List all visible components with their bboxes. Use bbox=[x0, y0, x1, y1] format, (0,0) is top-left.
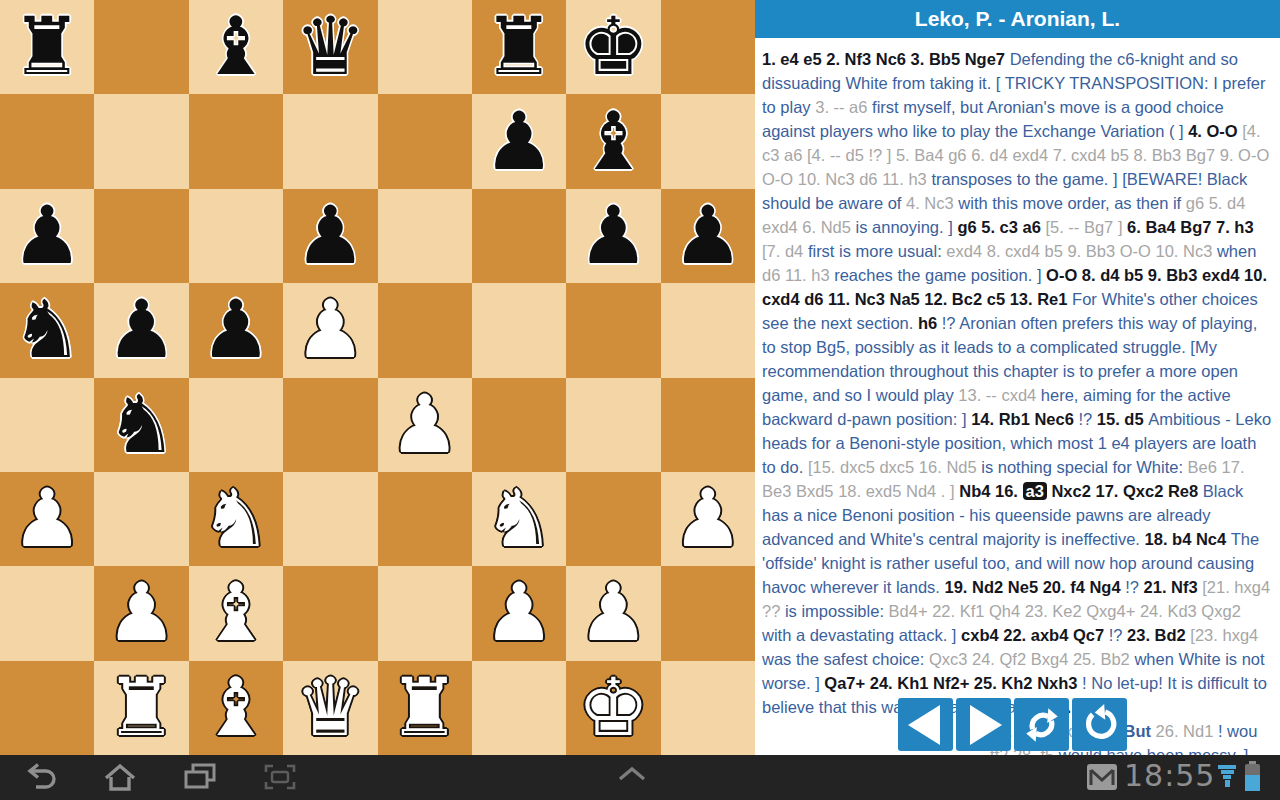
square-d4[interactable] bbox=[283, 378, 377, 472]
back-icon bbox=[22, 761, 58, 793]
piece-white-pawn: ♟ bbox=[294, 290, 366, 370]
square-f5[interactable] bbox=[472, 283, 566, 377]
battery-icon bbox=[1245, 764, 1260, 791]
annotation-comment: first is more usual: bbox=[808, 242, 946, 260]
square-c6[interactable] bbox=[189, 189, 283, 283]
square-h7[interactable] bbox=[661, 94, 755, 188]
square-b1[interactable]: ♜ bbox=[94, 661, 188, 755]
clock: 18:55 bbox=[1124, 758, 1215, 793]
square-c5[interactable]: ♟ bbox=[189, 283, 283, 377]
square-b5[interactable]: ♟ bbox=[94, 283, 188, 377]
annotation-move[interactable]: Nxc2 17. Qxc2 Re8 bbox=[1047, 482, 1203, 500]
square-e5[interactable] bbox=[378, 283, 472, 377]
annotation-variation[interactable]: d6 11. h3 bbox=[762, 266, 834, 284]
annotation-move[interactable]: Qa7+ 24. Kh1 Nf2+ 25. Kh2 Nxh3 bbox=[824, 674, 1082, 692]
annotation-variation[interactable]: exd4 8. cxd4 b5 9. Bb3 O-O 10. Nc3 bbox=[946, 242, 1217, 260]
piece-black-rook: ♜ bbox=[11, 7, 83, 87]
square-g1[interactable]: ♚ bbox=[566, 661, 660, 755]
square-a1[interactable] bbox=[0, 661, 94, 755]
annotation-move[interactable]: 23. Bd2 bbox=[1127, 626, 1190, 644]
piece-black-bishop: ♝ bbox=[200, 7, 272, 87]
square-b8[interactable] bbox=[94, 0, 188, 94]
right-triangle-icon bbox=[970, 705, 1002, 745]
square-g8[interactable]: ♚ bbox=[566, 0, 660, 94]
annotation-move[interactable]: 14. Rb1 Nec6 bbox=[971, 410, 1078, 428]
square-d2[interactable] bbox=[283, 566, 377, 660]
square-e8[interactable] bbox=[378, 0, 472, 94]
piece-white-pawn: ♟ bbox=[483, 573, 555, 653]
square-a2[interactable] bbox=[0, 566, 94, 660]
annotation-comment: when bbox=[1217, 242, 1256, 260]
screenshot-button[interactable] bbox=[262, 761, 298, 797]
left-triangle-icon bbox=[908, 705, 940, 745]
annotation-panel: Leko, P. - Aronian, L. 1. e4 e5 2. Nf3 N… bbox=[755, 0, 1280, 755]
square-c1[interactable]: ♝ bbox=[189, 661, 283, 755]
current-move[interactable]: a3 bbox=[1023, 482, 1047, 500]
annotation-text: 1. e4 e5 2. Nf3 Nc6 3. Bb5 Nge7 Defendin… bbox=[755, 38, 1280, 755]
square-a8[interactable]: ♜ bbox=[0, 0, 94, 94]
square-h4[interactable] bbox=[661, 378, 755, 472]
piece-black-king: ♚ bbox=[578, 7, 650, 87]
annotation-comment: ! wou bbox=[1218, 722, 1257, 740]
piece-black-pawn: ♟ bbox=[578, 196, 650, 276]
annotation-comment: is nothing special for White: bbox=[981, 458, 1187, 476]
square-b2[interactable]: ♟ bbox=[94, 566, 188, 660]
annotation-move[interactable]: Nb4 16. bbox=[959, 482, 1022, 500]
screenshot-icon bbox=[262, 761, 298, 793]
annotation-variation[interactable]: [5. -- Bg7 ] bbox=[1045, 218, 1127, 236]
square-e6[interactable] bbox=[378, 189, 472, 283]
piece-white-pawn: ♟ bbox=[578, 573, 650, 653]
square-f2[interactable]: ♟ bbox=[472, 566, 566, 660]
chevron-up-icon bbox=[616, 765, 648, 783]
square-d5[interactable]: ♟ bbox=[283, 283, 377, 377]
annotation-comment: was the safest choice: bbox=[762, 650, 929, 668]
square-c2[interactable]: ♝ bbox=[189, 566, 283, 660]
annotation-variation[interactable]: Qxc3 24. Qf2 Bxg4 25. Bb2 bbox=[929, 650, 1134, 668]
annotation-comment: is annoying. ] bbox=[856, 218, 958, 236]
square-e3[interactable] bbox=[378, 472, 472, 566]
square-h2[interactable] bbox=[661, 566, 755, 660]
piece-white-queen: ♛ bbox=[294, 668, 366, 748]
annotation-comment: is impossible: bbox=[785, 602, 889, 620]
square-c4[interactable] bbox=[189, 378, 283, 472]
piece-black-pawn: ♟ bbox=[106, 290, 178, 370]
piece-black-pawn: ♟ bbox=[11, 196, 83, 276]
back-button[interactable] bbox=[22, 761, 58, 797]
square-f8[interactable]: ♜ bbox=[472, 0, 566, 94]
piece-white-pawn: ♟ bbox=[389, 385, 461, 465]
annotation-variation[interactable]: 13. -- cxd4 bbox=[958, 386, 1041, 404]
previous-move-button[interactable] bbox=[898, 698, 953, 751]
annotation-variation[interactable]: [7. d4 bbox=[762, 242, 808, 260]
square-g4[interactable] bbox=[566, 378, 660, 472]
piece-black-pawn: ♟ bbox=[294, 196, 366, 276]
square-e2[interactable] bbox=[378, 566, 472, 660]
square-d3[interactable] bbox=[283, 472, 377, 566]
piece-white-pawn: ♟ bbox=[11, 479, 83, 559]
piece-white-pawn: ♟ bbox=[106, 573, 178, 653]
piece-black-knight: ♞ bbox=[11, 290, 83, 370]
square-f1[interactable] bbox=[472, 661, 566, 755]
piece-black-knight: ♞ bbox=[106, 385, 178, 465]
next-move-button[interactable] bbox=[956, 698, 1011, 751]
piece-white-king: ♚ bbox=[578, 668, 650, 748]
annotation-variation[interactable]: 3. -- a6 bbox=[815, 98, 872, 116]
square-d7[interactable] bbox=[283, 94, 377, 188]
square-a5[interactable]: ♞ bbox=[0, 283, 94, 377]
annotation-comment-bold: But bbox=[1123, 722, 1155, 740]
annotation-comment: !? bbox=[1109, 626, 1127, 644]
annotation-move[interactable]: 6. Ba4 Bg7 7. h3 bbox=[1127, 218, 1254, 236]
square-a3[interactable]: ♟ bbox=[0, 472, 94, 566]
square-f3[interactable]: ♞ bbox=[472, 472, 566, 566]
annotation-comment: reaches the game position. ] bbox=[834, 266, 1046, 284]
square-a7[interactable] bbox=[0, 94, 94, 188]
email-icon bbox=[1087, 764, 1117, 790]
square-c3[interactable]: ♞ bbox=[189, 472, 283, 566]
piece-black-queen: ♛ bbox=[294, 7, 366, 87]
square-d1[interactable]: ♛ bbox=[283, 661, 377, 755]
annotation-variation[interactable]: 4. Nc3 bbox=[906, 194, 958, 212]
piece-black-bishop: ♝ bbox=[578, 102, 650, 182]
signal-icon bbox=[1218, 765, 1236, 788]
piece-white-knight: ♞ bbox=[483, 479, 555, 559]
square-h5[interactable] bbox=[661, 283, 755, 377]
android-navbar: 18:55 bbox=[0, 755, 1280, 800]
home-icon bbox=[102, 761, 138, 793]
game-title: Leko, P. - Aronian, L. bbox=[755, 0, 1280, 38]
reset-button[interactable] bbox=[1072, 698, 1127, 751]
piece-black-pawn: ♟ bbox=[200, 290, 272, 370]
annotation-move[interactable]: 4. O-O bbox=[1188, 122, 1242, 140]
annotation-comment: with this move order, as then if bbox=[958, 194, 1185, 212]
annotation-variation[interactable]: 26. Nd1 bbox=[1156, 722, 1218, 740]
square-g5[interactable] bbox=[566, 283, 660, 377]
annotation-comment: !? bbox=[1078, 410, 1096, 428]
piece-white-rook: ♜ bbox=[389, 668, 461, 748]
annotation-variation[interactable]: [23. hxg4 bbox=[1190, 626, 1258, 644]
square-e4[interactable]: ♟ bbox=[378, 378, 472, 472]
square-g6[interactable]: ♟ bbox=[566, 189, 660, 283]
piece-white-pawn: ♟ bbox=[672, 479, 744, 559]
annotation-move[interactable]: h6 bbox=[918, 314, 942, 332]
annotation-move[interactable]: 15. d5 bbox=[1097, 410, 1148, 428]
square-b6[interactable] bbox=[94, 189, 188, 283]
annotation-move[interactable]: 18. b4 Nc4 bbox=[1145, 530, 1231, 548]
square-h1[interactable] bbox=[661, 661, 755, 755]
piece-black-rook: ♜ bbox=[483, 7, 555, 87]
square-c7[interactable] bbox=[189, 94, 283, 188]
square-b4[interactable]: ♞ bbox=[94, 378, 188, 472]
piece-white-rook: ♜ bbox=[106, 668, 178, 748]
square-a4[interactable] bbox=[0, 378, 94, 472]
rotate-cw-icon bbox=[1021, 704, 1063, 746]
recent-apps-button[interactable] bbox=[182, 761, 218, 797]
square-g2[interactable]: ♟ bbox=[566, 566, 660, 660]
piece-black-pawn: ♟ bbox=[672, 196, 744, 276]
annotation-move[interactable]: 21. Nf3 bbox=[1144, 578, 1203, 596]
square-d8[interactable]: ♛ bbox=[283, 0, 377, 94]
annotation-move[interactable]: g6 5. c3 a6 bbox=[957, 218, 1045, 236]
expand-tray-button[interactable] bbox=[616, 765, 648, 787]
chess-board: ♜♝♛♜♚♟♝♟♟♟♟♞♟♟♟♞♟♟♞♞♟♟♝♟♟♜♝♛♜♚ bbox=[0, 0, 755, 755]
square-c8[interactable]: ♝ bbox=[189, 0, 283, 94]
square-e7[interactable] bbox=[378, 94, 472, 188]
rotate-board-button[interactable] bbox=[1014, 698, 1069, 751]
annotation-comment: with a devastating attack. ] bbox=[762, 626, 961, 644]
annotation-move[interactable]: 1. e4 e5 2. Nf3 Nc6 3. Bb5 Nge7 bbox=[762, 50, 1010, 68]
square-h3[interactable]: ♟ bbox=[661, 472, 755, 566]
recent-apps-icon bbox=[182, 761, 218, 793]
square-h6[interactable]: ♟ bbox=[661, 189, 755, 283]
annotation-variation[interactable]: [15. dxc5 dxc5 16. Nd5 bbox=[808, 458, 981, 476]
square-g7[interactable]: ♝ bbox=[566, 94, 660, 188]
annotation-comment: !? bbox=[1125, 578, 1143, 596]
move-controls bbox=[898, 698, 1127, 751]
piece-white-bishop: ♝ bbox=[200, 573, 272, 653]
email-notification bbox=[1087, 764, 1117, 794]
square-a6[interactable]: ♟ bbox=[0, 189, 94, 283]
piece-white-bishop: ♝ bbox=[200, 668, 272, 748]
square-f7[interactable]: ♟ bbox=[472, 94, 566, 188]
square-f6[interactable] bbox=[472, 189, 566, 283]
square-g3[interactable] bbox=[566, 472, 660, 566]
undo-ccw-icon bbox=[1079, 704, 1121, 746]
annotation-move[interactable]: 19. Nd2 Ne5 20. f4 Ng4 bbox=[945, 578, 1126, 596]
annotation-move[interactable]: cxb4 22. axb4 Qc7 bbox=[961, 626, 1109, 644]
square-h8[interactable] bbox=[661, 0, 755, 94]
square-b7[interactable] bbox=[94, 94, 188, 188]
square-b3[interactable] bbox=[94, 472, 188, 566]
square-e1[interactable]: ♜ bbox=[378, 661, 472, 755]
piece-white-knight: ♞ bbox=[200, 479, 272, 559]
annotation-variation[interactable]: Bd4+ 22. Kf1 Qh4 23. Ke2 Qxg4+ 24. Kd3 Q… bbox=[889, 602, 1241, 620]
piece-black-pawn: ♟ bbox=[483, 102, 555, 182]
square-d6[interactable]: ♟ bbox=[283, 189, 377, 283]
home-button[interactable] bbox=[102, 761, 138, 797]
square-f4[interactable] bbox=[472, 378, 566, 472]
